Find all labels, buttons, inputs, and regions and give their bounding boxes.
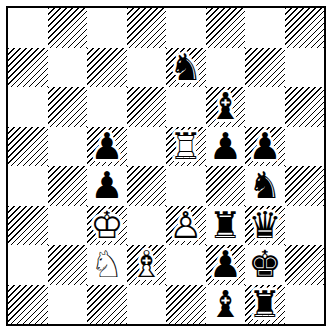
square-g8: [245, 8, 285, 48]
square-g7: [245, 48, 285, 88]
board-frame: ♞♞♝♝♟♟♜♖♟♟♟♟♟♟♞♞♚♔♟♙♜♜♛♛♞♘♝♗♟♟♚♚♝♝♜♜: [6, 6, 326, 326]
piece-black-rook-g1: ♜♜: [245, 285, 285, 325]
square-e3: ♟♙: [166, 206, 206, 246]
piece-white-knight-c2: ♞♘: [87, 245, 127, 285]
square-h3: [285, 206, 325, 246]
white-rook-icon: ♖: [169, 128, 202, 165]
piece-white-bishop-d2: ♝♗: [127, 245, 167, 285]
square-h7: [285, 48, 325, 88]
square-b7: [48, 48, 88, 88]
square-e2: [166, 245, 206, 285]
square-c1: [87, 285, 127, 325]
square-h8: [285, 8, 325, 48]
square-f6: ♝♝: [206, 87, 246, 127]
piece-black-rook-f3: ♜♜: [206, 206, 246, 246]
square-c4: ♟♟: [87, 166, 127, 206]
square-a4: [8, 166, 48, 206]
square-d7: [127, 48, 167, 88]
square-c7: [87, 48, 127, 88]
square-b3: [48, 206, 88, 246]
square-h5: [285, 127, 325, 167]
square-f8: [206, 8, 246, 48]
square-h1: [285, 285, 325, 325]
square-e8: [166, 8, 206, 48]
square-a8: [8, 8, 48, 48]
square-h2: [285, 245, 325, 285]
piece-black-pawn-c5: ♟♟: [87, 127, 127, 167]
piece-black-pawn-g5: ♟♟: [245, 127, 285, 167]
piece-black-pawn-f5: ♟♟: [206, 127, 246, 167]
piece-black-queen-g3: ♛♛: [245, 206, 285, 246]
square-b1: [48, 285, 88, 325]
square-a3: [8, 206, 48, 246]
square-f1: ♝♝: [206, 285, 246, 325]
square-c2: ♞♘: [87, 245, 127, 285]
square-f2: ♟♟: [206, 245, 246, 285]
black-knight-icon: ♞: [248, 167, 281, 204]
square-f3: ♜♜: [206, 206, 246, 246]
square-e5: ♜♖: [166, 127, 206, 167]
piece-white-pawn-e3: ♟♙: [166, 206, 206, 246]
square-a5: [8, 127, 48, 167]
square-e4: [166, 166, 206, 206]
square-d3: [127, 206, 167, 246]
black-rook-icon: ♜: [209, 207, 242, 244]
square-g3: ♛♛: [245, 206, 285, 246]
black-pawn-icon: ♟: [248, 128, 281, 165]
square-a6: [8, 87, 48, 127]
square-c5: ♟♟: [87, 127, 127, 167]
white-king-icon: ♔: [90, 207, 123, 244]
white-bishop-icon: ♗: [130, 246, 163, 283]
square-c6: [87, 87, 127, 127]
square-a1: [8, 285, 48, 325]
square-g2: ♚♚: [245, 245, 285, 285]
white-knight-icon: ♘: [90, 246, 123, 283]
black-bishop-icon: ♝: [209, 286, 242, 323]
black-bishop-icon: ♝: [209, 88, 242, 125]
piece-black-pawn-f2: ♟♟: [206, 245, 246, 285]
square-b2: [48, 245, 88, 285]
square-b6: [48, 87, 88, 127]
square-f7: [206, 48, 246, 88]
square-d5: [127, 127, 167, 167]
square-f5: ♟♟: [206, 127, 246, 167]
square-f4: [206, 166, 246, 206]
square-g5: ♟♟: [245, 127, 285, 167]
square-g4: ♞♞: [245, 166, 285, 206]
square-d2: ♝♗: [127, 245, 167, 285]
square-h6: [285, 87, 325, 127]
black-pawn-icon: ♟: [90, 167, 123, 204]
piece-black-knight-e7: ♞♞: [166, 48, 206, 88]
piece-white-rook-e5: ♜♖: [166, 127, 206, 167]
black-pawn-icon: ♟: [209, 246, 242, 283]
black-rook-icon: ♜: [248, 286, 281, 323]
square-d1: [127, 285, 167, 325]
square-b8: [48, 8, 88, 48]
square-e6: [166, 87, 206, 127]
square-c3: ♚♔: [87, 206, 127, 246]
square-c8: [87, 8, 127, 48]
piece-black-king-g2: ♚♚: [245, 245, 285, 285]
square-d6: [127, 87, 167, 127]
black-knight-icon: ♞: [169, 49, 202, 86]
square-b5: [48, 127, 88, 167]
white-pawn-icon: ♙: [169, 207, 202, 244]
square-e7: ♞♞: [166, 48, 206, 88]
chess-board: ♞♞♝♝♟♟♜♖♟♟♟♟♟♟♞♞♚♔♟♙♜♜♛♛♞♘♝♗♟♟♚♚♝♝♜♜: [8, 8, 324, 324]
square-b4: [48, 166, 88, 206]
square-h4: [285, 166, 325, 206]
black-king-icon: ♚: [248, 246, 281, 283]
chess-diagram: ♞♞♝♝♟♟♜♖♟♟♟♟♟♟♞♞♚♔♟♙♜♜♛♛♞♘♝♗♟♟♚♚♝♝♜♜: [0, 0, 332, 332]
piece-black-bishop-f6: ♝♝: [206, 87, 246, 127]
black-pawn-icon: ♟: [209, 128, 242, 165]
black-queen-icon: ♛: [248, 207, 281, 244]
square-e1: [166, 285, 206, 325]
piece-black-bishop-f1: ♝♝: [206, 285, 246, 325]
black-pawn-icon: ♟: [90, 128, 123, 165]
square-d8: [127, 8, 167, 48]
square-g6: [245, 87, 285, 127]
square-g1: ♜♜: [245, 285, 285, 325]
piece-black-knight-g4: ♞♞: [245, 166, 285, 206]
piece-black-pawn-c4: ♟♟: [87, 166, 127, 206]
square-d4: [127, 166, 167, 206]
square-a2: [8, 245, 48, 285]
piece-white-king-c3: ♚♔: [87, 206, 127, 246]
square-a7: [8, 48, 48, 88]
